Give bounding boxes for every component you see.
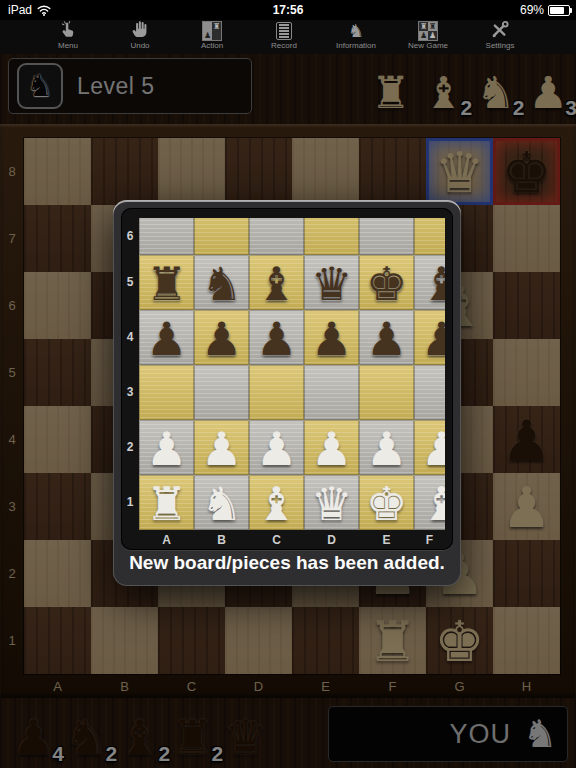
toolbar-item-record[interactable]: Record — [248, 21, 320, 53]
toolbar-item-new-game[interactable]: ♜♜♟♟New Game — [392, 21, 464, 53]
preview-rank-label-5: 5 — [121, 255, 139, 310]
preview-square-f1: ♝ — [414, 475, 445, 530]
preview-white-king-e1: ♚ — [366, 478, 407, 530]
preview-white-pawn-d2: ♟ — [311, 423, 352, 475]
preview-square-e1: ♚ — [359, 475, 414, 530]
preview-white-queen-d1: ♛ — [311, 478, 352, 530]
toolbar-item-menu[interactable]: Menu — [32, 21, 104, 53]
preview-dark-pawn-d4: ♟ — [311, 313, 352, 365]
preview-square-b1: ♞ — [194, 475, 249, 530]
preview-square-c6 — [249, 218, 304, 255]
preview-square-f2: ♟ — [414, 420, 445, 475]
preview-rank-label-3: 3 — [121, 365, 139, 420]
preview-dark-bishop-c5: ♝ — [256, 258, 297, 310]
preview-square-b6 — [194, 218, 249, 255]
toolbar-item-label: Action — [201, 41, 223, 50]
preview-file-label-b: B — [194, 530, 249, 550]
preview-square-e6 — [359, 218, 414, 255]
preview-square-a6 — [139, 218, 194, 255]
toolbar-item-action[interactable]: ♜♟Action — [176, 21, 248, 53]
battery-percent: 69% — [520, 3, 544, 17]
preview-square-b4: ♟ — [194, 310, 249, 365]
tap-hand-icon — [59, 21, 78, 41]
status-bar: iPad 17:56 69% — [0, 0, 576, 20]
new-theme-dialog[interactable]: ♜♞♝♛♚♝♟♟♟♟♟♟♟♟♟♟♟♟♜♞♝♛♚♝ 654321ABCDEF Ne… — [113, 200, 461, 586]
toolbar-item-label: New Game — [408, 41, 448, 50]
preview-board-viewport: ♜♞♝♛♚♝♟♟♟♟♟♟♟♟♟♟♟♟♜♞♝♛♚♝ — [139, 218, 445, 530]
toolbar-item-undo[interactable]: Undo — [104, 21, 176, 53]
toolbar: MenuUndo♜♟ActionRecord♞Information♜♜♟♟Ne… — [0, 20, 576, 54]
toolbar-item-label: Information — [336, 41, 376, 50]
preview-square-a4: ♟ — [139, 310, 194, 365]
palm-hand-icon — [131, 21, 150, 41]
preview-white-rook-a1: ♜ — [146, 478, 187, 530]
preview-file-label-c: C — [249, 530, 304, 550]
preview-white-pawn-a2: ♟ — [146, 423, 187, 475]
preview-square-e3 — [359, 365, 414, 420]
preview-board-grid: ♜♞♝♛♚♝♟♟♟♟♟♟♟♟♟♟♟♟♜♞♝♛♚♝ — [139, 218, 445, 530]
toolbar-item-information[interactable]: ♞Information — [320, 21, 392, 53]
preview-board-frame: ♜♞♝♛♚♝♟♟♟♟♟♟♟♟♟♟♟♟♜♞♝♛♚♝ 654321ABCDEF — [121, 208, 453, 550]
preview-rank-label-6: 6 — [121, 218, 139, 255]
preview-square-b3 — [194, 365, 249, 420]
preview-square-c3 — [249, 365, 304, 420]
dialog-message: New board/pieces has been added. — [113, 552, 461, 574]
preview-white-bishop-f1: ♝ — [421, 478, 445, 530]
document-lines-icon — [276, 21, 292, 41]
preview-file-label-a: A — [139, 530, 194, 550]
preview-rank-label-4: 4 — [121, 310, 139, 365]
preview-square-c1: ♝ — [249, 475, 304, 530]
preview-file-label-d: D — [304, 530, 359, 550]
preview-file-label-e: E — [359, 530, 414, 550]
toolbar-item-settings[interactable]: Settings — [464, 21, 536, 53]
preview-file-label-f: F — [414, 530, 445, 550]
preview-white-pawn-c2: ♟ — [256, 423, 297, 475]
preview-square-e4: ♟ — [359, 310, 414, 365]
clock: 17:56 — [0, 3, 576, 17]
preview-square-c4: ♟ — [249, 310, 304, 365]
preview-dark-rook-a5: ♜ — [146, 258, 187, 310]
preview-square-f6 — [414, 218, 445, 255]
toolbar-item-label: Undo — [130, 41, 149, 50]
preview-dark-pawn-f4: ♟ — [421, 313, 445, 365]
preview-square-e2: ♟ — [359, 420, 414, 475]
preview-white-bishop-c1: ♝ — [256, 478, 297, 530]
preview-dark-knight-b5: ♞ — [201, 258, 242, 310]
preview-square-d2: ♟ — [304, 420, 359, 475]
preview-rank-label-1: 1 — [121, 475, 139, 530]
preview-square-d3 — [304, 365, 359, 420]
preview-white-knight-b1: ♞ — [201, 478, 242, 530]
preview-square-d4: ♟ — [304, 310, 359, 365]
knight-icon: ♞ — [348, 21, 364, 41]
preview-square-a3 — [139, 365, 194, 420]
battery-icon — [548, 5, 570, 16]
preview-square-d1: ♛ — [304, 475, 359, 530]
toolbar-item-label: Menu — [58, 41, 78, 50]
mini-board-icon: ♜♟ — [202, 21, 222, 41]
toolbar-item-label: Settings — [486, 41, 515, 50]
toolbar-item-label: Record — [271, 41, 297, 50]
preview-white-pawn-b2: ♟ — [201, 423, 242, 475]
preview-dark-pawn-e4: ♟ — [366, 313, 407, 365]
preview-white-pawn-f2: ♟ — [421, 423, 445, 475]
preview-square-f5: ♝ — [414, 255, 445, 310]
preview-square-c2: ♟ — [249, 420, 304, 475]
preview-square-b5: ♞ — [194, 255, 249, 310]
preview-square-d5: ♛ — [304, 255, 359, 310]
preview-white-pawn-e2: ♟ — [366, 423, 407, 475]
preview-dark-pawn-c4: ♟ — [256, 313, 297, 365]
preview-dark-pawn-a4: ♟ — [146, 313, 187, 365]
preview-dark-king-e5: ♚ — [366, 258, 407, 310]
preview-dark-bishop-f5: ♝ — [421, 258, 445, 310]
preview-dark-queen-d5: ♛ — [311, 258, 352, 310]
board-pieces-icon: ♜♜♟♟ — [418, 21, 438, 41]
preview-square-a5: ♜ — [139, 255, 194, 310]
preview-square-f3 — [414, 365, 445, 420]
preview-square-a2: ♟ — [139, 420, 194, 475]
preview-square-c5: ♝ — [249, 255, 304, 310]
preview-square-f4: ♟ — [414, 310, 445, 365]
preview-square-e5: ♚ — [359, 255, 414, 310]
preview-square-b2: ♟ — [194, 420, 249, 475]
preview-dark-pawn-b4: ♟ — [201, 313, 242, 365]
preview-square-d6 — [304, 218, 359, 255]
preview-rank-label-2: 2 — [121, 420, 139, 475]
preview-square-a1: ♜ — [139, 475, 194, 530]
tools-icon — [490, 21, 510, 41]
